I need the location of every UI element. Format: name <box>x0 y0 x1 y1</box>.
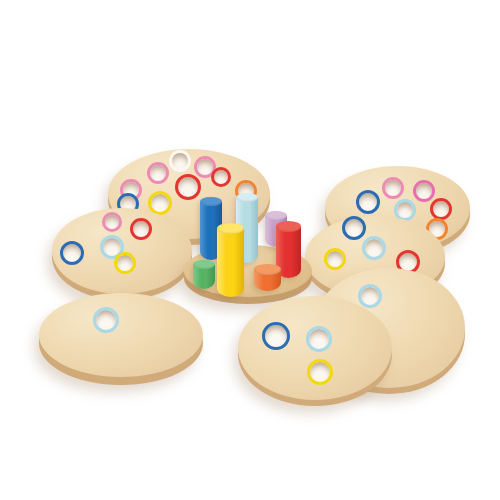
hole-blue-ring <box>262 322 290 350</box>
peg-orange <box>254 264 281 291</box>
wooden-disc-bottom-left <box>39 293 203 385</box>
hole-yellow-ring <box>324 248 346 270</box>
hole-pink2-ring <box>413 180 435 202</box>
hole-blue-ring <box>60 241 84 265</box>
wooden-disc-bottom-center <box>238 296 392 406</box>
peg-green-cap <box>193 260 215 269</box>
hole-red-ring <box>211 167 231 187</box>
hole-yellow-ring <box>307 359 333 385</box>
stage <box>0 0 500 500</box>
peg-yellow-body <box>217 229 244 297</box>
hole-pink-ring <box>382 177 404 199</box>
hole-red-ring <box>175 174 201 200</box>
peg-red-cap <box>276 221 301 232</box>
hole-blue-ring <box>342 216 366 240</box>
peg-blue-cap <box>200 197 222 206</box>
peg-yellow-cap <box>217 223 244 234</box>
peg-orange-cap <box>254 264 281 275</box>
hole-pink-ring <box>102 212 122 232</box>
hole-light-blue-ring <box>93 307 119 333</box>
peg-lilac-cap <box>265 211 287 220</box>
hole-red-ring <box>130 218 152 240</box>
left-middle-face <box>52 208 192 294</box>
hole-light-blue-ring <box>362 236 386 260</box>
peg-yellow <box>217 223 244 297</box>
peg-green <box>193 260 215 289</box>
hole-pink-ring <box>147 162 169 184</box>
hole-plain <box>169 150 191 172</box>
bottom-left-face <box>39 293 203 377</box>
peg-light-blue-cap <box>236 193 258 202</box>
hole-yellow-ring <box>114 252 136 274</box>
hole-blue-ring <box>356 190 380 214</box>
wooden-disc-left-middle <box>52 208 192 300</box>
hole-light-blue-ring <box>306 326 332 352</box>
bottom-center-face <box>238 296 392 400</box>
